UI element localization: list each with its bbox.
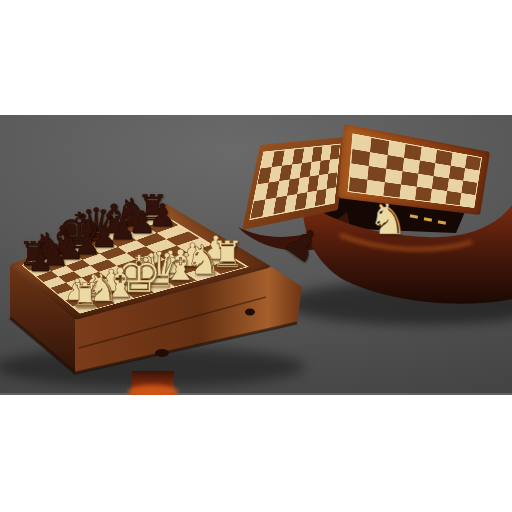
drawer-notch — [155, 349, 169, 357]
board-square — [399, 184, 416, 199]
drawer-notch-2 — [245, 309, 255, 316]
white-frame-top — [0, 0, 512, 115]
board-square — [459, 193, 475, 207]
photo-backdrop: ♞♟ ♜♟♞♟♝♟♛♟♚♝♟♟♞♟♜♟♟♜♟♟♞♟♝♟♛♟♚♟♝♟♞♜ — [0, 115, 512, 395]
board-square — [366, 180, 384, 196]
white-frame-bottom — [0, 395, 512, 512]
board-square — [349, 177, 368, 193]
board-square — [415, 187, 432, 202]
board-square — [325, 187, 336, 204]
lid-checkerboard — [249, 144, 340, 221]
product-photo-page: { "scene": { "description": "Product pho… — [0, 0, 512, 512]
board-square — [383, 182, 401, 197]
